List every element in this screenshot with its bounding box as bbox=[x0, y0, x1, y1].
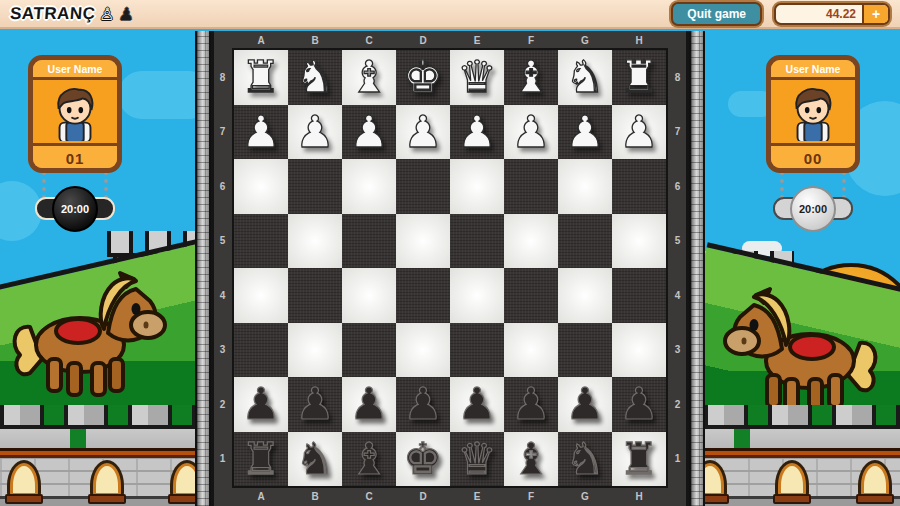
square-f4[interactable] bbox=[504, 268, 558, 323]
square-d4[interactable] bbox=[396, 268, 450, 323]
file-label-g: G bbox=[558, 31, 612, 50]
file-label-f: F bbox=[504, 486, 558, 506]
square-h6[interactable] bbox=[612, 159, 666, 214]
square-e3[interactable] bbox=[450, 323, 504, 378]
game-screen: SATRANÇ ♙ ♟ Quit game 44.22 + bbox=[0, 0, 900, 506]
rank-label-8: 8 bbox=[211, 50, 234, 105]
piece-white-pawn[interactable]: ♟ bbox=[619, 110, 658, 154]
piece-white-knight[interactable]: ♞ bbox=[565, 55, 604, 99]
piece-white-pawn[interactable]: ♟ bbox=[565, 110, 604, 154]
rank-label-4: 4 bbox=[666, 268, 689, 323]
square-h7[interactable]: ♟ bbox=[612, 105, 666, 160]
square-f6[interactable] bbox=[504, 159, 558, 214]
square-c8[interactable]: ♝ bbox=[342, 50, 396, 105]
currency-amount: 44.22 bbox=[776, 7, 862, 21]
square-h4[interactable] bbox=[612, 268, 666, 323]
file-label-h: H bbox=[612, 31, 666, 50]
castle-window bbox=[93, 463, 121, 496]
player-panel-right: User Name 00 20:00 bbox=[766, 55, 866, 235]
square-g5[interactable] bbox=[558, 214, 612, 269]
file-label-e: E bbox=[450, 486, 504, 506]
square-b5[interactable] bbox=[288, 214, 342, 269]
rank-label-3: 3 bbox=[666, 323, 689, 378]
square-e7[interactable]: ♟ bbox=[450, 105, 504, 160]
piece-white-bishop[interactable]: ♝ bbox=[511, 55, 550, 99]
player-clock: 20:00 bbox=[52, 186, 98, 232]
square-g2[interactable]: ♟ bbox=[558, 377, 612, 432]
file-label-f: F bbox=[504, 31, 558, 50]
file-label-d: D bbox=[396, 31, 450, 50]
piece-black-pawn[interactable]: ♟ bbox=[295, 382, 334, 426]
rank-label-5: 5 bbox=[666, 214, 689, 269]
currency-display: 44.22 + bbox=[774, 3, 890, 25]
rank-label-8: 8 bbox=[666, 50, 689, 105]
castle-window bbox=[10, 463, 38, 496]
square-b6[interactable] bbox=[288, 159, 342, 214]
add-currency-button[interactable]: + bbox=[862, 5, 888, 23]
file-label-c: C bbox=[342, 31, 396, 50]
square-b3[interactable] bbox=[288, 323, 342, 378]
rank-label-1: 1 bbox=[211, 432, 234, 487]
file-label-b: B bbox=[288, 31, 342, 50]
piece-black-king[interactable]: ♚ bbox=[403, 437, 442, 481]
square-e6[interactable] bbox=[450, 159, 504, 214]
chain bbox=[842, 171, 846, 199]
square-b8[interactable]: ♞ bbox=[288, 50, 342, 105]
square-c6[interactable] bbox=[342, 159, 396, 214]
file-label-e: E bbox=[450, 31, 504, 50]
player-card-right[interactable]: User Name 00 bbox=[766, 55, 860, 173]
rank-label-2: 2 bbox=[211, 377, 234, 432]
square-e8[interactable]: ♛ bbox=[450, 50, 504, 105]
rank-label-4: 4 bbox=[211, 268, 234, 323]
piece-white-knight[interactable]: ♞ bbox=[295, 55, 334, 99]
piece-black-pawn[interactable]: ♟ bbox=[403, 382, 442, 426]
piece-black-pawn[interactable]: ♟ bbox=[457, 382, 496, 426]
board-squares: ♜♞♝♚♛♝♞♜♟♟♟♟♟♟♟♟♟♟♟♟♟♟♟♟♜♞♝♚♛♝♞♜ bbox=[232, 48, 668, 488]
horse-left bbox=[8, 267, 178, 402]
piece-white-queen[interactable]: ♛ bbox=[457, 55, 496, 99]
square-h3[interactable] bbox=[612, 323, 666, 378]
square-f7[interactable]: ♟ bbox=[504, 105, 558, 160]
rank-label-6: 6 bbox=[666, 159, 689, 214]
square-c5[interactable] bbox=[342, 214, 396, 269]
square-a4[interactable] bbox=[234, 268, 288, 323]
square-a5[interactable] bbox=[234, 214, 288, 269]
player-panel-left: User Name 01 20:00 bbox=[28, 55, 128, 235]
square-c7[interactable]: ♟ bbox=[342, 105, 396, 160]
avatar-boy-icon bbox=[46, 83, 104, 141]
square-b1[interactable]: ♞ bbox=[288, 432, 342, 487]
square-f1[interactable]: ♝ bbox=[504, 432, 558, 487]
board-pillar-right bbox=[689, 31, 705, 506]
piece-white-pawn[interactable]: ♟ bbox=[403, 110, 442, 154]
square-g3[interactable] bbox=[558, 323, 612, 378]
square-a1[interactable]: ♜ bbox=[234, 432, 288, 487]
chain bbox=[104, 171, 108, 199]
rank-label-7: 7 bbox=[211, 105, 234, 160]
top-bar: SATRANÇ ♙ ♟ Quit game 44.22 + bbox=[0, 0, 900, 29]
player-name: User Name bbox=[771, 60, 855, 80]
square-c4[interactable] bbox=[342, 268, 396, 323]
square-f5[interactable] bbox=[504, 214, 558, 269]
rank-label-6: 6 bbox=[211, 159, 234, 214]
square-c2[interactable]: ♟ bbox=[342, 377, 396, 432]
castle-window bbox=[861, 463, 889, 496]
square-h5[interactable] bbox=[612, 214, 666, 269]
square-c3[interactable] bbox=[342, 323, 396, 378]
player-score: 00 bbox=[771, 143, 855, 171]
square-b2[interactable]: ♟ bbox=[288, 377, 342, 432]
player-avatar bbox=[33, 80, 117, 143]
square-e4[interactable] bbox=[450, 268, 504, 323]
piece-white-rook[interactable]: ♜ bbox=[241, 55, 280, 99]
piece-white-pawn[interactable]: ♟ bbox=[511, 110, 550, 154]
rank-label-5: 5 bbox=[211, 214, 234, 269]
piece-white-king[interactable]: ♚ bbox=[403, 55, 442, 99]
square-a3[interactable] bbox=[234, 323, 288, 378]
square-d1[interactable]: ♚ bbox=[396, 432, 450, 487]
square-a8[interactable]: ♜ bbox=[234, 50, 288, 105]
square-h2[interactable]: ♟ bbox=[612, 377, 666, 432]
rank-labels-right: 87654321 bbox=[666, 50, 689, 486]
player-score: 01 bbox=[33, 143, 117, 171]
square-d5[interactable] bbox=[396, 214, 450, 269]
square-d3[interactable] bbox=[396, 323, 450, 378]
chess-board: ABCDEFGH ABCDEFGH 87654321 87654321 ♜♞♝♚… bbox=[195, 31, 705, 506]
chain bbox=[42, 171, 46, 199]
horse-right bbox=[712, 283, 882, 418]
square-d6[interactable] bbox=[396, 159, 450, 214]
piece-black-pawn[interactable]: ♟ bbox=[241, 382, 280, 426]
piece-white-pawn[interactable]: ♟ bbox=[349, 110, 388, 154]
square-a7[interactable]: ♟ bbox=[234, 105, 288, 160]
piece-black-rook[interactable]: ♜ bbox=[619, 437, 658, 481]
square-a6[interactable] bbox=[234, 159, 288, 214]
castle-window bbox=[778, 463, 806, 496]
file-label-g: G bbox=[558, 486, 612, 506]
square-g8[interactable]: ♞ bbox=[558, 50, 612, 105]
square-c1[interactable]: ♝ bbox=[342, 432, 396, 487]
square-e1[interactable]: ♛ bbox=[450, 432, 504, 487]
piece-white-pawn[interactable]: ♟ bbox=[295, 110, 334, 154]
white-pawn-icon: ♙ bbox=[99, 5, 115, 22]
square-b4[interactable] bbox=[288, 268, 342, 323]
square-f8[interactable]: ♝ bbox=[504, 50, 558, 105]
piece-white-pawn[interactable]: ♟ bbox=[457, 110, 496, 154]
file-label-a: A bbox=[234, 486, 288, 506]
square-g4[interactable] bbox=[558, 268, 612, 323]
square-d2[interactable]: ♟ bbox=[396, 377, 450, 432]
square-e5[interactable] bbox=[450, 214, 504, 269]
file-labels-bottom: ABCDEFGH bbox=[234, 486, 666, 506]
chain bbox=[780, 171, 784, 199]
player-clock: 20:00 bbox=[790, 186, 836, 232]
piece-black-bishop[interactable]: ♝ bbox=[511, 437, 550, 481]
square-g7[interactable]: ♟ bbox=[558, 105, 612, 160]
square-f2[interactable]: ♟ bbox=[504, 377, 558, 432]
piece-black-pawn[interactable]: ♟ bbox=[565, 382, 604, 426]
rank-label-3: 3 bbox=[211, 323, 234, 378]
player-avatar bbox=[771, 80, 855, 143]
square-g1[interactable]: ♞ bbox=[558, 432, 612, 487]
quit-game-button[interactable]: Quit game bbox=[671, 2, 762, 26]
piece-black-bishop[interactable]: ♝ bbox=[349, 437, 388, 481]
piece-black-knight[interactable]: ♞ bbox=[565, 437, 604, 481]
file-label-d: D bbox=[396, 486, 450, 506]
avatar-boy-icon bbox=[784, 83, 842, 141]
rank-label-2: 2 bbox=[666, 377, 689, 432]
square-a2[interactable]: ♟ bbox=[234, 377, 288, 432]
file-label-b: B bbox=[288, 486, 342, 506]
file-labels-top: ABCDEFGH bbox=[234, 31, 666, 50]
piece-white-bishop[interactable]: ♝ bbox=[349, 55, 388, 99]
rank-label-7: 7 bbox=[666, 105, 689, 160]
player-name: User Name bbox=[33, 60, 117, 80]
black-pawn-icon: ♟ bbox=[118, 5, 134, 22]
file-label-a: A bbox=[234, 31, 288, 50]
piece-black-rook[interactable]: ♜ bbox=[241, 437, 280, 481]
piece-white-rook[interactable]: ♜ bbox=[619, 55, 658, 99]
app-title: SATRANÇ bbox=[9, 4, 96, 24]
piece-black-pawn[interactable]: ♟ bbox=[511, 382, 550, 426]
square-f3[interactable] bbox=[504, 323, 558, 378]
board-pillar-left bbox=[195, 31, 211, 506]
file-label-h: H bbox=[612, 486, 666, 506]
rank-label-1: 1 bbox=[666, 432, 689, 487]
square-d7[interactable]: ♟ bbox=[396, 105, 450, 160]
piece-black-pawn[interactable]: ♟ bbox=[349, 382, 388, 426]
rank-labels-left: 87654321 bbox=[211, 50, 234, 486]
square-h8[interactable]: ♜ bbox=[612, 50, 666, 105]
square-d8[interactable]: ♚ bbox=[396, 50, 450, 105]
square-g6[interactable] bbox=[558, 159, 612, 214]
app-logo: SATRANÇ ♙ ♟ bbox=[9, 4, 134, 24]
file-label-c: C bbox=[342, 486, 396, 506]
player-card-left[interactable]: User Name 01 bbox=[28, 55, 122, 173]
square-b7[interactable]: ♟ bbox=[288, 105, 342, 160]
square-h1[interactable]: ♜ bbox=[612, 432, 666, 487]
piece-black-queen[interactable]: ♛ bbox=[457, 437, 496, 481]
piece-black-pawn[interactable]: ♟ bbox=[619, 382, 658, 426]
piece-black-knight[interactable]: ♞ bbox=[295, 437, 334, 481]
square-e2[interactable]: ♟ bbox=[450, 377, 504, 432]
piece-white-pawn[interactable]: ♟ bbox=[241, 110, 280, 154]
